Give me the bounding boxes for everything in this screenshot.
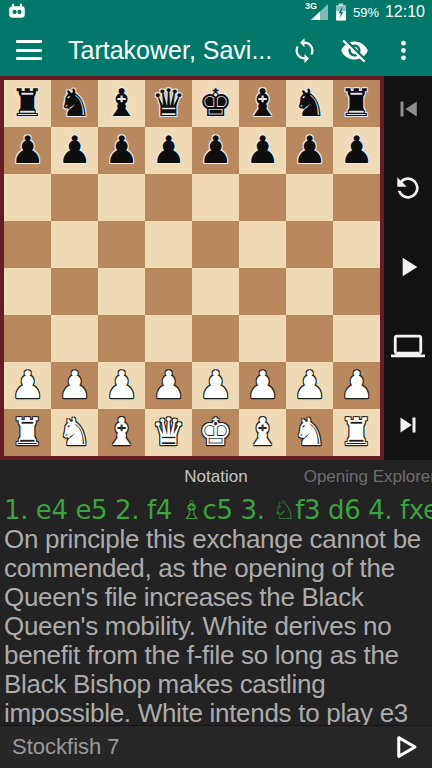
- square-g4[interactable]: [286, 268, 333, 315]
- clock: 12:10: [385, 3, 425, 21]
- piece-white-pawn: ♟: [286, 362, 333, 409]
- undo-move-button[interactable]: [391, 171, 425, 205]
- square-b1[interactable]: ♞: [51, 409, 98, 456]
- square-a4[interactable]: [4, 268, 51, 315]
- piece-white-pawn: ♟: [51, 362, 98, 409]
- square-f4[interactable]: [239, 268, 286, 315]
- piece-white-pawn: ♟: [333, 362, 380, 409]
- piece-black-rook: ♜: [333, 80, 380, 127]
- overflow-menu-icon[interactable]: [391, 38, 416, 63]
- chess-board: ♜♞♝♛♚♝♞♜♟♟♟♟♟♟♟♟♟♟♟♟♟♟♟♟♜♞♝♛♚♝♞♜: [4, 80, 380, 456]
- menu-icon[interactable]: [16, 40, 42, 60]
- piece-black-pawn: ♟: [4, 127, 51, 174]
- tab-notation[interactable]: Notation: [184, 460, 247, 494]
- square-b2[interactable]: ♟: [51, 362, 98, 409]
- annotation-text: On principle this exchange cannot be com…: [4, 525, 428, 725]
- square-d6[interactable]: [145, 174, 192, 221]
- status-bar: 3G 59% 12:10: [0, 0, 432, 24]
- square-c8[interactable]: ♝: [98, 80, 145, 127]
- square-b3[interactable]: [51, 315, 98, 362]
- square-g8[interactable]: ♞: [286, 80, 333, 127]
- app-bar: Tartakower, Savi...: [0, 24, 432, 76]
- sync-icon[interactable]: [291, 37, 318, 64]
- square-g1[interactable]: ♞: [286, 409, 333, 456]
- square-h1[interactable]: ♜: [333, 409, 380, 456]
- skip-to-end-button[interactable]: [391, 408, 425, 442]
- piece-white-knight: ♞: [51, 409, 98, 456]
- play-button[interactable]: [391, 250, 425, 284]
- engine-board-button[interactable]: [391, 329, 425, 363]
- square-e5[interactable]: [192, 221, 239, 268]
- signal-triangle-icon: 3G: [305, 3, 329, 21]
- square-b5[interactable]: [51, 221, 98, 268]
- piece-black-king: ♚: [192, 80, 239, 127]
- piece-black-knight: ♞: [286, 80, 333, 127]
- piece-white-rook: ♜: [4, 409, 51, 456]
- square-e3[interactable]: [192, 315, 239, 362]
- square-c2[interactable]: ♟: [98, 362, 145, 409]
- piece-white-pawn: ♟: [4, 362, 51, 409]
- square-e6[interactable]: [192, 174, 239, 221]
- square-a8[interactable]: ♜: [4, 80, 51, 127]
- square-h5[interactable]: [333, 221, 380, 268]
- square-h2[interactable]: ♟: [333, 362, 380, 409]
- square-c4[interactable]: [98, 268, 145, 315]
- square-f5[interactable]: [239, 221, 286, 268]
- square-b6[interactable]: [51, 174, 98, 221]
- square-g5[interactable]: [286, 221, 333, 268]
- square-c7[interactable]: ♟: [98, 127, 145, 174]
- square-a2[interactable]: ♟: [4, 362, 51, 409]
- square-d8[interactable]: ♛: [145, 80, 192, 127]
- square-a3[interactable]: [4, 315, 51, 362]
- cyanogen-mascot-icon: [7, 3, 27, 21]
- square-b4[interactable]: [51, 268, 98, 315]
- app-screen: 3G 59% 12:10 Tartakower, Savi...: [0, 0, 432, 768]
- square-d2[interactable]: ♟: [145, 362, 192, 409]
- piece-white-pawn: ♟: [98, 362, 145, 409]
- square-b8[interactable]: ♞: [51, 80, 98, 127]
- piece-black-bishop: ♝: [98, 80, 145, 127]
- skip-to-start-button[interactable]: [391, 92, 425, 126]
- piece-black-pawn: ♟: [239, 127, 286, 174]
- square-c5[interactable]: [98, 221, 145, 268]
- square-d5[interactable]: [145, 221, 192, 268]
- piece-white-bishop: ♝: [98, 409, 145, 456]
- chess-board-frame: ♜♞♝♛♚♝♞♜♟♟♟♟♟♟♟♟♟♟♟♟♟♟♟♟♜♞♝♛♚♝♞♜: [0, 76, 384, 460]
- tab-opening-explorer[interactable]: Opening Explorer: [304, 460, 432, 494]
- tab-strip: Notation Opening Explorer: [0, 460, 432, 494]
- piece-black-queen: ♛: [145, 80, 192, 127]
- piece-black-pawn: ♟: [98, 127, 145, 174]
- network-type-label: 3G: [305, 2, 317, 11]
- piece-black-rook: ♜: [4, 80, 51, 127]
- square-a7[interactable]: ♟: [4, 127, 51, 174]
- square-h4[interactable]: [333, 268, 380, 315]
- square-f6[interactable]: [239, 174, 286, 221]
- square-c6[interactable]: [98, 174, 145, 221]
- square-f3[interactable]: [239, 315, 286, 362]
- square-a6[interactable]: [4, 174, 51, 221]
- battery-percent: 59%: [353, 5, 379, 20]
- square-h6[interactable]: [333, 174, 380, 221]
- square-f8[interactable]: ♝: [239, 80, 286, 127]
- piece-white-pawn: ♟: [192, 362, 239, 409]
- engine-go-icon[interactable]: [390, 732, 420, 762]
- square-b7[interactable]: ♟: [51, 127, 98, 174]
- piece-white-knight: ♞: [286, 409, 333, 456]
- square-d4[interactable]: [145, 268, 192, 315]
- square-a5[interactable]: [4, 221, 51, 268]
- square-e2[interactable]: ♟: [192, 362, 239, 409]
- piece-white-bishop: ♝: [239, 409, 286, 456]
- square-c1[interactable]: ♝: [98, 409, 145, 456]
- square-d7[interactable]: ♟: [145, 127, 192, 174]
- square-f7[interactable]: ♟: [239, 127, 286, 174]
- piece-black-pawn: ♟: [145, 127, 192, 174]
- piece-black-pawn: ♟: [286, 127, 333, 174]
- square-d1[interactable]: ♛: [145, 409, 192, 456]
- square-e7[interactable]: ♟: [192, 127, 239, 174]
- square-e1[interactable]: ♚: [192, 409, 239, 456]
- square-g7[interactable]: ♟: [286, 127, 333, 174]
- piece-black-pawn: ♟: [51, 127, 98, 174]
- piece-white-pawn: ♟: [145, 362, 192, 409]
- square-g6[interactable]: [286, 174, 333, 221]
- square-e8[interactable]: ♚: [192, 80, 239, 127]
- square-g2[interactable]: ♟: [286, 362, 333, 409]
- piece-black-pawn: ♟: [192, 127, 239, 174]
- square-f1[interactable]: ♝: [239, 409, 286, 456]
- move-list[interactable]: 1. e4 e5 2. f4 ♗c5 3. ♘f3 d6 4. fxe5: [4, 495, 432, 525]
- piece-white-rook: ♜: [333, 409, 380, 456]
- square-e4[interactable]: [192, 268, 239, 315]
- square-g3[interactable]: [286, 315, 333, 362]
- page-title: Tartakower, Savi...: [68, 36, 291, 65]
- playback-rail: [384, 76, 432, 460]
- square-h8[interactable]: ♜: [333, 80, 380, 127]
- piece-black-bishop: ♝: [239, 80, 286, 127]
- notation-panel[interactable]: 1. e4 e5 2. f4 ♗c5 3. ♘f3 d6 4. fxe5 On …: [0, 494, 432, 725]
- square-h3[interactable]: [333, 315, 380, 362]
- square-h7[interactable]: ♟: [333, 127, 380, 174]
- battery-charging-icon: [335, 3, 347, 21]
- piece-white-pawn: ♟: [239, 362, 286, 409]
- square-d3[interactable]: [145, 315, 192, 362]
- piece-white-king: ♚: [192, 409, 239, 456]
- square-c3[interactable]: [98, 315, 145, 362]
- engine-name: Stockfish 7: [12, 734, 120, 760]
- piece-white-queen: ♛: [145, 409, 192, 456]
- hide-board-icon[interactable]: [340, 36, 369, 65]
- square-a1[interactable]: ♜: [4, 409, 51, 456]
- piece-black-pawn: ♟: [333, 127, 380, 174]
- piece-black-knight: ♞: [51, 80, 98, 127]
- square-f2[interactable]: ♟: [239, 362, 286, 409]
- engine-bar[interactable]: Stockfish 7: [0, 725, 432, 768]
